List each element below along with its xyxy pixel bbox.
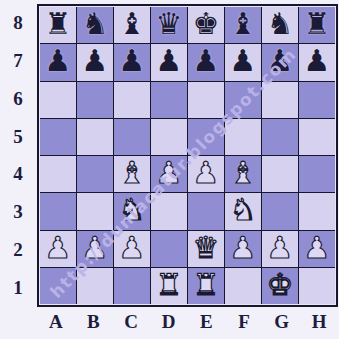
square-g3[interactable]: [262, 193, 298, 229]
square-e5[interactable]: [188, 119, 224, 155]
piece-white-pawn-g2[interactable]: ♟: [267, 233, 294, 263]
square-g7[interactable]: ♟: [262, 44, 298, 80]
square-g6[interactable]: [262, 82, 298, 118]
rank-label-3: 3: [0, 193, 36, 231]
piece-black-pawn-h7[interactable]: ♟: [304, 46, 331, 76]
file-labels: ABCDEFGH: [37, 308, 338, 336]
square-h6[interactable]: [299, 82, 335, 118]
piece-black-knight-g8[interactable]: ♞: [267, 9, 294, 39]
piece-black-queen-d8[interactable]: ♛: [156, 9, 183, 39]
square-b3[interactable]: [77, 193, 113, 229]
piece-white-pawn-h2[interactable]: ♟: [304, 233, 331, 263]
piece-white-pawn-c2[interactable]: ♟: [119, 233, 146, 263]
file-label-a: A: [37, 308, 75, 336]
square-a2[interactable]: ♟: [40, 231, 76, 267]
square-d7[interactable]: ♟: [151, 44, 187, 80]
square-e8[interactable]: ♚: [188, 7, 224, 43]
square-f1[interactable]: [225, 268, 261, 304]
rank-label-8: 8: [0, 4, 36, 42]
rank-label-4: 4: [0, 156, 36, 194]
square-c1[interactable]: [114, 268, 150, 304]
file-label-g: G: [263, 308, 301, 336]
board-grid: ♜♞♝♛♚♝♞♜♟♟♟♟♟♟♟♟♝♟♟♝♞♞♟♟♟♛♟♟♟♜♜♚: [40, 7, 335, 304]
piece-white-queen-e2[interactable]: ♛: [193, 233, 220, 263]
square-h2[interactable]: ♟: [299, 231, 335, 267]
square-h4[interactable]: [299, 156, 335, 192]
square-d8[interactable]: ♛: [151, 7, 187, 43]
square-d2[interactable]: [151, 231, 187, 267]
square-c8[interactable]: ♝: [114, 7, 150, 43]
square-e2[interactable]: ♛: [188, 231, 224, 267]
file-label-h: H: [300, 308, 338, 336]
square-d6[interactable]: [151, 82, 187, 118]
square-e7[interactable]: ♟: [188, 44, 224, 80]
chess-board: ♜♞♝♛♚♝♞♜♟♟♟♟♟♟♟♟♝♟♟♝♞♞♟♟♟♛♟♟♟♜♜♚: [37, 4, 338, 307]
piece-white-rook-e1[interactable]: ♜: [193, 270, 220, 300]
square-f7[interactable]: ♟: [225, 44, 261, 80]
square-f3[interactable]: ♞: [225, 193, 261, 229]
file-label-c: C: [112, 308, 150, 336]
piece-black-bishop-f8[interactable]: ♝: [230, 9, 257, 39]
square-c2[interactable]: ♟: [114, 231, 150, 267]
square-d4[interactable]: ♟: [151, 156, 187, 192]
square-e1[interactable]: ♜: [188, 268, 224, 304]
square-g4[interactable]: [262, 156, 298, 192]
square-b1[interactable]: [77, 268, 113, 304]
rank-label-2: 2: [0, 231, 36, 269]
square-f8[interactable]: ♝: [225, 7, 261, 43]
piece-black-rook-h8[interactable]: ♜: [304, 9, 331, 39]
piece-white-rook-d1[interactable]: ♜: [156, 270, 183, 300]
square-a5[interactable]: [40, 119, 76, 155]
square-c4[interactable]: ♝: [114, 156, 150, 192]
square-c5[interactable]: [114, 119, 150, 155]
square-e4[interactable]: ♟: [188, 156, 224, 192]
square-a1[interactable]: [40, 268, 76, 304]
square-h7[interactable]: ♟: [299, 44, 335, 80]
piece-black-pawn-e7[interactable]: ♟: [193, 46, 220, 76]
square-b5[interactable]: [77, 119, 113, 155]
square-b8[interactable]: ♞: [77, 7, 113, 43]
square-f5[interactable]: [225, 119, 261, 155]
square-a6[interactable]: [40, 82, 76, 118]
piece-white-pawn-e4[interactable]: ♟: [193, 158, 220, 188]
square-h1[interactable]: [299, 268, 335, 304]
square-a4[interactable]: [40, 156, 76, 192]
square-d3[interactable]: [151, 193, 187, 229]
piece-white-knight-f3[interactable]: ♞: [230, 195, 257, 225]
rank-label-5: 5: [0, 118, 36, 156]
piece-white-pawn-d4[interactable]: ♟: [156, 158, 183, 188]
piece-black-pawn-a7[interactable]: ♟: [45, 46, 72, 76]
piece-white-pawn-b2[interactable]: ♟: [82, 233, 109, 263]
square-b2[interactable]: ♟: [77, 231, 113, 267]
square-g1[interactable]: ♚: [262, 268, 298, 304]
rank-label-1: 1: [0, 269, 36, 307]
square-a3[interactable]: [40, 193, 76, 229]
piece-black-pawn-d7[interactable]: ♟: [156, 46, 183, 76]
square-d5[interactable]: [151, 119, 187, 155]
piece-black-pawn-g7[interactable]: ♟: [267, 46, 294, 76]
square-g8[interactable]: ♞: [262, 7, 298, 43]
square-g5[interactable]: [262, 119, 298, 155]
piece-white-pawn-f2[interactable]: ♟: [230, 233, 257, 263]
piece-black-knight-b8[interactable]: ♞: [82, 9, 109, 39]
square-d1[interactable]: ♜: [151, 268, 187, 304]
rank-label-7: 7: [0, 42, 36, 80]
square-c3[interactable]: ♞: [114, 193, 150, 229]
piece-white-bishop-f4[interactable]: ♝: [230, 158, 257, 188]
rank-labels: 87654321: [0, 4, 36, 307]
piece-white-bishop-c4[interactable]: ♝: [119, 158, 146, 188]
piece-white-knight-c3[interactable]: ♞: [119, 195, 146, 225]
file-label-e: E: [188, 308, 226, 336]
file-label-b: B: [75, 308, 113, 336]
square-h5[interactable]: [299, 119, 335, 155]
square-h8[interactable]: ♜: [299, 7, 335, 43]
rank-label-6: 6: [0, 80, 36, 118]
square-g2[interactable]: ♟: [262, 231, 298, 267]
square-e6[interactable]: [188, 82, 224, 118]
square-c7[interactable]: ♟: [114, 44, 150, 80]
piece-black-bishop-c8[interactable]: ♝: [119, 9, 146, 39]
square-b7[interactable]: ♟: [77, 44, 113, 80]
square-h3[interactable]: [299, 193, 335, 229]
square-b4[interactable]: [77, 156, 113, 192]
piece-white-king-g1[interactable]: ♚: [267, 270, 294, 300]
piece-black-pawn-b7[interactable]: ♟: [82, 46, 109, 76]
piece-black-pawn-f7[interactable]: ♟: [230, 46, 257, 76]
square-a7[interactable]: ♟: [40, 44, 76, 80]
square-e3[interactable]: [188, 193, 224, 229]
square-f2[interactable]: ♟: [225, 231, 261, 267]
piece-black-rook-a8[interactable]: ♜: [45, 9, 72, 39]
square-c6[interactable]: [114, 82, 150, 118]
square-a8[interactable]: ♜: [40, 7, 76, 43]
file-label-f: F: [225, 308, 263, 336]
piece-white-pawn-a2[interactable]: ♟: [45, 233, 72, 263]
piece-black-pawn-c7[interactable]: ♟: [119, 46, 146, 76]
square-b6[interactable]: [77, 82, 113, 118]
piece-black-king-e8[interactable]: ♚: [193, 9, 220, 39]
square-f4[interactable]: ♝: [225, 156, 261, 192]
square-f6[interactable]: [225, 82, 261, 118]
file-label-d: D: [150, 308, 188, 336]
